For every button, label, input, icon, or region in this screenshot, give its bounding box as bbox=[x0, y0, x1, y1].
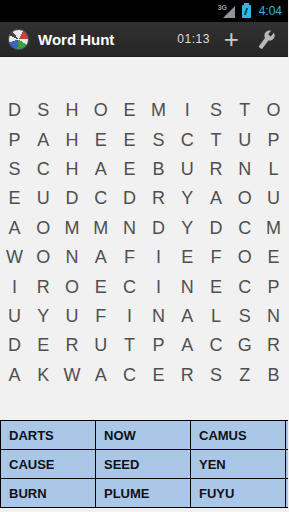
grid-cell-r10c8[interactable]: S bbox=[202, 361, 231, 390]
wrench-icon bbox=[256, 28, 277, 49]
grid-cell-r3c7[interactable]: U bbox=[173, 155, 202, 184]
word-item: PLUME bbox=[96, 479, 191, 508]
grid-cell-r7c9[interactable]: C bbox=[230, 272, 259, 301]
grid-cell-r1c8[interactable]: S bbox=[202, 96, 231, 125]
action-bar: Word Hunt 01:13 + bbox=[0, 22, 288, 57]
letter-grid[interactable]: DSHOEMISTOPAHEESCTUPSCHAEBURNLEUDCDRYAOU… bbox=[0, 96, 288, 390]
grid-cell-r7c7[interactable]: N bbox=[173, 272, 202, 301]
grid-cell-r5c7[interactable]: Y bbox=[173, 214, 202, 243]
grid-cell-r7c4[interactable]: E bbox=[86, 272, 115, 301]
grid-cell-r8c1[interactable]: U bbox=[0, 302, 29, 331]
grid-cell-r5c3[interactable]: M bbox=[58, 214, 87, 243]
new-game-button[interactable]: + bbox=[214, 24, 249, 54]
grid-cell-r4c5[interactable]: D bbox=[115, 184, 144, 213]
grid-cell-r9c8[interactable]: C bbox=[202, 331, 231, 360]
word-item: NOW bbox=[96, 421, 191, 450]
grid-cell-r10c9[interactable]: Z bbox=[230, 361, 259, 390]
grid-cell-r7c1[interactable]: I bbox=[0, 272, 29, 301]
grid-cell-r1c10[interactable]: O bbox=[259, 96, 288, 125]
grid-cell-r8c3[interactable]: U bbox=[58, 302, 87, 331]
grid-cell-r6c4[interactable]: A bbox=[86, 243, 115, 272]
grid-cell-r8c4[interactable]: F bbox=[86, 302, 115, 331]
grid-cell-r9c10[interactable]: R bbox=[259, 331, 288, 360]
grid-cell-r3c9[interactable]: N bbox=[230, 155, 259, 184]
grid-cell-r4c2[interactable]: U bbox=[29, 184, 58, 213]
grid-cell-r9c1[interactable]: D bbox=[0, 331, 29, 360]
grid-cell-r1c5[interactable]: E bbox=[115, 96, 144, 125]
grid-cell-r4c3[interactable]: D bbox=[58, 184, 87, 213]
grid-cell-r9c6[interactable]: P bbox=[144, 331, 173, 360]
battery-icon bbox=[242, 5, 251, 18]
word-row: BURNPLUMEFUYUACE bbox=[1, 479, 289, 508]
grid-cell-r7c3[interactable]: O bbox=[58, 272, 87, 301]
word-item: ACE bbox=[286, 479, 289, 508]
grid-cell-r4c10[interactable]: U bbox=[259, 184, 288, 213]
grid-cell-r8c5[interactable]: I bbox=[115, 302, 144, 331]
grid-cell-r8c2[interactable]: Y bbox=[29, 302, 58, 331]
grid-cell-r8c8[interactable]: L bbox=[202, 302, 231, 331]
word-item: YEN bbox=[191, 450, 286, 479]
grid-cell-r8c7[interactable]: A bbox=[173, 302, 202, 331]
grid-cell-r8c6[interactable]: N bbox=[144, 302, 173, 331]
grid-cell-r9c5[interactable]: T bbox=[115, 331, 144, 360]
grid-cell-r2c9[interactable]: U bbox=[230, 125, 259, 154]
grid-cell-r4c7[interactable]: Y bbox=[173, 184, 202, 213]
grid-cell-r9c4[interactable]: U bbox=[86, 331, 115, 360]
settings-wrench-button[interactable] bbox=[249, 30, 280, 49]
grid-cell-r1c3[interactable]: H bbox=[58, 96, 87, 125]
grid-cell-r6c1[interactable]: W bbox=[0, 243, 29, 272]
grid-cell-r4c4[interactable]: C bbox=[86, 184, 115, 213]
grid-cell-r8c10[interactable]: N bbox=[259, 302, 288, 331]
grid-cell-r2c8[interactable]: T bbox=[202, 125, 231, 154]
grid-cell-r1c1[interactable]: D bbox=[0, 96, 29, 125]
grid-cell-r5c6[interactable]: D bbox=[144, 214, 173, 243]
app-logo-icon[interactable] bbox=[8, 29, 29, 50]
grid-cell-r2c1[interactable]: P bbox=[0, 125, 29, 154]
grid-cell-r4c9[interactable]: O bbox=[230, 184, 259, 213]
grid-cell-r5c9[interactable]: C bbox=[230, 214, 259, 243]
grid-cell-r2c5[interactable]: E bbox=[115, 125, 144, 154]
grid-cell-r5c4[interactable]: M bbox=[86, 214, 115, 243]
grid-cell-r1c7[interactable]: I bbox=[173, 96, 202, 125]
word-item: FUYU bbox=[191, 479, 286, 508]
grid-cell-r6c5[interactable]: F bbox=[115, 243, 144, 272]
charging-bolt-icon bbox=[244, 8, 248, 15]
word-item: DRY bbox=[286, 421, 289, 450]
word-list: DARTSNOWCAMUSDRYCAUSESEEDYENCARBURNPLUME… bbox=[0, 420, 288, 508]
puzzle-area: DSHOEMISTOPAHEESCTUPSCHAEBURNLEUDCDRYAOU… bbox=[0, 57, 288, 420]
grid-cell-r10c10[interactable]: B bbox=[259, 361, 288, 390]
grid-cell-r7c8[interactable]: E bbox=[202, 272, 231, 301]
word-table: DARTSNOWCAMUSDRYCAUSESEEDYENCARBURNPLUME… bbox=[0, 420, 288, 508]
grid-cell-r6c9[interactable]: O bbox=[230, 243, 259, 272]
grid-cell-r1c6[interactable]: M bbox=[144, 96, 173, 125]
grid-cell-r3c8[interactable]: R bbox=[202, 155, 231, 184]
grid-cell-r7c5[interactable]: C bbox=[115, 272, 144, 301]
grid-cell-r10c6[interactable]: E bbox=[144, 361, 173, 390]
grid-cell-r4c6[interactable]: R bbox=[144, 184, 173, 213]
grid-cell-r8c9[interactable]: S bbox=[230, 302, 259, 331]
status-bar: 3G 4:04 bbox=[0, 0, 288, 22]
signal-triangle-icon bbox=[223, 6, 235, 18]
grid-cell-r1c4[interactable]: O bbox=[86, 96, 115, 125]
word-item: DARTS bbox=[1, 421, 96, 450]
grid-cell-r6c6[interactable]: I bbox=[144, 243, 173, 272]
grid-cell-r7c2[interactable]: R bbox=[29, 272, 58, 301]
grid-cell-r10c3[interactable]: W bbox=[58, 361, 87, 390]
grid-cell-r6c7[interactable]: E bbox=[173, 243, 202, 272]
grid-cell-r2c10[interactable]: P bbox=[259, 125, 288, 154]
grid-cell-r6c10[interactable]: E bbox=[259, 243, 288, 272]
game-timer: 01:13 bbox=[177, 32, 210, 46]
grid-cell-r9c9[interactable]: G bbox=[230, 331, 259, 360]
grid-cell-r3c10[interactable]: L bbox=[259, 155, 288, 184]
grid-cell-r3c4[interactable]: A bbox=[86, 155, 115, 184]
grid-cell-r4c8[interactable]: A bbox=[202, 184, 231, 213]
grid-cell-r10c5[interactable]: C bbox=[115, 361, 144, 390]
grid-cell-r2c2[interactable]: A bbox=[29, 125, 58, 154]
word-row: DARTSNOWCAMUSDRY bbox=[1, 421, 289, 450]
grid-cell-r5c10[interactable]: M bbox=[259, 214, 288, 243]
app-title: Word Hunt bbox=[38, 31, 114, 48]
grid-cell-r6c8[interactable]: F bbox=[202, 243, 231, 272]
grid-cell-r1c9[interactable]: T bbox=[230, 96, 259, 125]
grid-cell-r2c3[interactable]: H bbox=[58, 125, 87, 154]
word-item: CAMUS bbox=[191, 421, 286, 450]
grid-cell-r5c1[interactable]: A bbox=[0, 214, 29, 243]
grid-cell-r7c10[interactable]: P bbox=[259, 272, 288, 301]
grid-cell-r5c5[interactable]: N bbox=[115, 214, 144, 243]
grid-cell-r3c2[interactable]: C bbox=[29, 155, 58, 184]
grid-cell-r10c7[interactable]: R bbox=[173, 361, 202, 390]
grid-cell-r3c6[interactable]: B bbox=[144, 155, 173, 184]
grid-cell-r7c6[interactable]: I bbox=[144, 272, 173, 301]
grid-cell-r9c7[interactable]: A bbox=[173, 331, 202, 360]
cell-signal-icon: 3G bbox=[218, 3, 236, 19]
status-clock: 4:04 bbox=[259, 0, 282, 22]
grid-cell-r2c4[interactable]: E bbox=[86, 125, 115, 154]
grid-cell-r6c3[interactable]: N bbox=[58, 243, 87, 272]
grid-cell-r10c4[interactable]: A bbox=[86, 361, 115, 390]
grid-cell-r2c6[interactable]: S bbox=[144, 125, 173, 154]
grid-cell-r5c8[interactable]: D bbox=[202, 214, 231, 243]
grid-cell-r9c3[interactable]: R bbox=[58, 331, 87, 360]
grid-cell-r1c2[interactable]: S bbox=[29, 96, 58, 125]
grid-cell-r6c2[interactable]: O bbox=[29, 243, 58, 272]
word-item: CAR bbox=[286, 450, 289, 479]
grid-cell-r2c7[interactable]: C bbox=[173, 125, 202, 154]
grid-cell-r10c2[interactable]: K bbox=[29, 361, 58, 390]
word-item: BURN bbox=[1, 479, 96, 508]
grid-cell-r3c5[interactable]: E bbox=[115, 155, 144, 184]
grid-cell-r10c1[interactable]: A bbox=[0, 361, 29, 390]
word-row: CAUSESEEDYENCAR bbox=[1, 450, 289, 479]
word-table-body: DARTSNOWCAMUSDRYCAUSESEEDYENCARBURNPLUME… bbox=[1, 421, 289, 508]
word-item: SEED bbox=[96, 450, 191, 479]
grid-cell-r3c3[interactable]: H bbox=[58, 155, 87, 184]
grid-cell-r9c2[interactable]: E bbox=[29, 331, 58, 360]
grid-cell-r5c2[interactable]: O bbox=[29, 214, 58, 243]
grid-cell-r4c1[interactable]: E bbox=[0, 184, 29, 213]
word-item: CAUSE bbox=[1, 450, 96, 479]
grid-cell-r3c1[interactable]: S bbox=[0, 155, 29, 184]
